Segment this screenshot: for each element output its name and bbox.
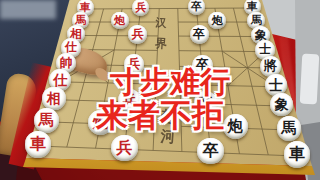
piece-black-炮[interactable]: 炮 [208, 12, 226, 30]
river-label: 汉 [155, 15, 167, 31]
video-thumbnail: 汉界楚河車馬相仕帥仕相馬車炮炮兵兵兵兵兵卒卒卒卒卒炮炮車馬象士將士象馬車 寸步难… [0, 0, 320, 180]
caption-line-2: 来者不拒 [0, 99, 320, 131]
caption-line-1: 寸步难行 [0, 67, 320, 97]
piece-red-兵[interactable]: 兵 [132, 0, 149, 16]
piece-black-車[interactable]: 車 [284, 141, 311, 168]
piece-black-卒[interactable]: 卒 [197, 138, 224, 165]
piece-red-炮[interactable]: 炮 [111, 12, 129, 30]
piece-black-卒[interactable]: 卒 [190, 25, 209, 44]
piece-red-兵[interactable]: 兵 [128, 25, 147, 44]
river-label: 界 [154, 35, 167, 53]
piece-red-兵[interactable]: 兵 [111, 135, 138, 162]
piece-red-車[interactable]: 車 [25, 131, 52, 158]
piece-black-卒[interactable]: 卒 [188, 0, 205, 15]
